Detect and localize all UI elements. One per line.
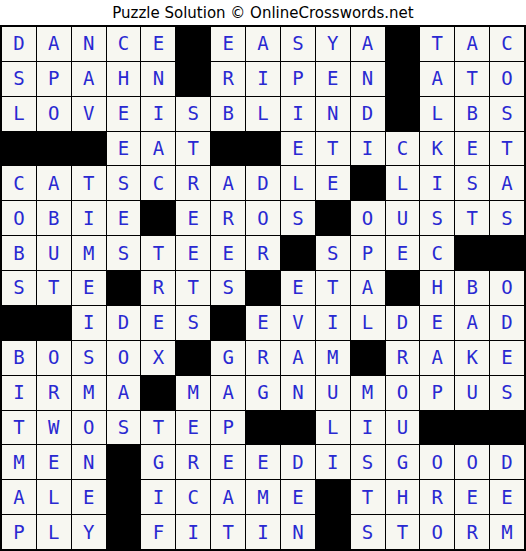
cell-r12c3: O [72,411,106,445]
black-cell-r12c15 [490,411,524,445]
black-cell-r7c14 [455,236,489,270]
cell-r6c11: O [351,201,385,235]
cell-r2c5: N [141,62,175,96]
black-cell-r10c11 [351,341,385,375]
cell-r10c14: K [455,341,489,375]
cell-r3c3: V [72,97,106,131]
black-cell-r4c2 [37,132,71,166]
cell-r10c4: O [107,341,141,375]
cell-r8c10: T [316,271,350,305]
cell-r1c1: D [2,27,36,61]
cell-r11c1: I [2,376,36,410]
cell-r12c7: P [211,411,245,445]
black-cell-r14c10 [316,480,350,514]
cell-r3c13: L [420,97,454,131]
black-cell-r13c4 [107,445,141,479]
cell-r15c9: N [281,515,315,549]
cell-r5c13: I [420,166,454,200]
page: Puzzle Solution © OnlineCrosswords.net D… [0,0,526,551]
cell-r7c13: C [420,236,454,270]
cell-r11c9: N [281,376,315,410]
cell-r13c2: E [37,445,71,479]
black-cell-r1c6 [176,27,210,61]
cell-r10c15: E [490,341,524,375]
cell-r13c12: G [386,445,420,479]
cell-r13c15: D [490,445,524,479]
page-title: Puzzle Solution © OnlineCrosswords.net [0,0,526,25]
cell-r4c12: C [386,132,420,166]
cell-r3c11: D [351,97,385,131]
cell-r8c14: B [455,271,489,305]
cell-r14c3: E [72,480,106,514]
cell-r4c13: K [420,132,454,166]
cell-r5c8: D [246,166,280,200]
cell-r3c1: L [2,97,36,131]
cell-r2c2: P [37,62,71,96]
crossword-grid: DANCEEASYATACSPAHNRIPENATOLOVEISBLINDLBS… [0,25,526,551]
cell-r10c2: O [37,341,71,375]
cell-r1c14: A [455,27,489,61]
cell-r8c13: H [420,271,454,305]
cell-r6c7: R [211,201,245,235]
cell-r14c7: A [211,480,245,514]
cell-r5c1: C [2,166,36,200]
cell-r4c10: T [316,132,350,166]
cell-r6c15: S [490,201,524,235]
cell-r9c9: V [281,306,315,340]
black-cell-r2c12 [386,62,420,96]
cell-r11c6: M [176,376,210,410]
cell-r9c8: E [246,306,280,340]
cell-r11c13: P [420,376,454,410]
cell-r2c14: T [455,62,489,96]
cell-r14c12: H [386,480,420,514]
cell-r3c2: O [37,97,71,131]
black-cell-r11c5 [141,376,175,410]
cell-r15c13: O [420,515,454,549]
cell-r7c3: M [72,236,106,270]
cell-r9c4: D [107,306,141,340]
cell-r8c15: O [490,271,524,305]
black-cell-r12c8 [246,411,280,445]
black-cell-r10c6 [176,341,210,375]
cell-r2c15: O [490,62,524,96]
cell-r13c6: R [176,445,210,479]
cell-r15c8: I [246,515,280,549]
cell-r2c13: A [420,62,454,96]
cell-r9c15: D [490,306,524,340]
cell-r3c8: L [246,97,280,131]
cell-r10c3: S [72,341,106,375]
cell-r2c7: R [211,62,245,96]
cell-r6c8: O [246,201,280,235]
cell-r15c11: S [351,515,385,549]
black-cell-r9c1 [2,306,36,340]
cell-r14c6: C [176,480,210,514]
cell-r8c9: E [281,271,315,305]
cell-r4c4: E [107,132,141,166]
cell-r11c8: G [246,376,280,410]
cell-r5c3: T [72,166,106,200]
cell-r15c12: T [386,515,420,549]
cell-r10c10: M [316,341,350,375]
cell-r4c9: E [281,132,315,166]
cell-r15c2: L [37,515,71,549]
cell-r9c11: L [351,306,385,340]
cell-r9c13: E [420,306,454,340]
cell-r1c15: C [490,27,524,61]
cell-r3c6: S [176,97,210,131]
cell-r11c4: A [107,376,141,410]
cell-r10c7: G [211,341,245,375]
cell-r2c8: I [246,62,280,96]
cell-r11c2: R [37,376,71,410]
cell-r3c4: E [107,97,141,131]
cell-r1c11: A [351,27,385,61]
cell-r13c14: O [455,445,489,479]
cell-r6c4: E [107,201,141,235]
cell-r15c14: R [455,515,489,549]
cell-r1c2: A [37,27,71,61]
cell-r14c15: E [490,480,524,514]
cell-r11c7: A [211,376,245,410]
cell-r10c1: B [2,341,36,375]
cell-r4c11: I [351,132,385,166]
black-cell-r15c10 [316,515,350,549]
cell-r11c15: S [490,376,524,410]
cell-r1c8: A [246,27,280,61]
cell-r13c11: S [351,445,385,479]
cell-r5c6: R [176,166,210,200]
cell-r14c14: E [455,480,489,514]
cell-r8c5: R [141,271,175,305]
cell-r14c13: R [420,480,454,514]
cell-r10c9: A [281,341,315,375]
cell-r7c8: R [246,236,280,270]
black-cell-r9c7 [211,306,245,340]
cell-r3c5: I [141,97,175,131]
cell-r5c9: L [281,166,315,200]
cell-r6c1: O [2,201,36,235]
cell-r11c10: U [316,376,350,410]
cell-r14c2: L [37,480,71,514]
black-cell-r6c10 [316,201,350,235]
cell-r15c1: P [2,515,36,549]
cell-r12c12: U [386,411,420,445]
cell-r1c10: Y [316,27,350,61]
cell-r7c11: P [351,236,385,270]
black-cell-r5c11 [351,166,385,200]
cell-r8c1: S [2,271,36,305]
black-cell-r9c2 [37,306,71,340]
cell-r5c7: A [211,166,245,200]
cell-r10c13: A [420,341,454,375]
cell-r13c8: E [246,445,280,479]
cell-r7c2: U [37,236,71,270]
cell-r14c8: M [246,480,280,514]
cell-r14c9: E [281,480,315,514]
black-cell-r1c12 [386,27,420,61]
cell-r13c13: O [420,445,454,479]
cell-r14c5: I [141,480,175,514]
cell-r12c5: T [141,411,175,445]
cell-r12c1: T [2,411,36,445]
cell-r3c15: S [490,97,524,131]
cell-r15c6: I [176,515,210,549]
cell-r3c9: I [281,97,315,131]
cell-r2c3: A [72,62,106,96]
black-cell-r12c13 [420,411,454,445]
cell-r9c3: I [72,306,106,340]
cell-r2c11: N [351,62,385,96]
cell-r2c10: E [316,62,350,96]
cell-r12c6: E [176,411,210,445]
cell-r6c2: B [37,201,71,235]
cell-r6c9: S [281,201,315,235]
cell-r1c4: C [107,27,141,61]
black-cell-r8c8 [246,271,280,305]
cell-r11c14: U [455,376,489,410]
cell-r7c4: S [107,236,141,270]
cell-r1c7: E [211,27,245,61]
cell-r9c10: I [316,306,350,340]
black-cell-r4c7 [211,132,245,166]
cell-r15c3: Y [72,515,106,549]
cell-r15c15: M [490,515,524,549]
cell-r7c6: E [176,236,210,270]
cell-r3c10: N [316,97,350,131]
cell-r7c10: S [316,236,350,270]
cell-r10c5: X [141,341,175,375]
cell-r4c5: A [141,132,175,166]
cell-r2c1: S [2,62,36,96]
black-cell-r4c1 [2,132,36,166]
cell-r5c10: E [316,166,350,200]
cell-r8c6: T [176,271,210,305]
black-cell-r6c5 [141,201,175,235]
black-cell-r8c12 [386,271,420,305]
cell-r6c6: E [176,201,210,235]
cell-r13c5: G [141,445,175,479]
cell-r11c11: M [351,376,385,410]
cell-r6c14: T [455,201,489,235]
cell-r5c4: S [107,166,141,200]
cell-r13c10: I [316,445,350,479]
black-cell-r2c6 [176,62,210,96]
cell-r13c9: D [281,445,315,479]
cell-r15c7: T [211,515,245,549]
cell-r2c9: P [281,62,315,96]
cell-r7c12: E [386,236,420,270]
cell-r10c8: R [246,341,280,375]
black-cell-r4c3 [72,132,106,166]
cell-r7c7: E [211,236,245,270]
cell-r11c3: M [72,376,106,410]
black-cell-r8c4 [107,271,141,305]
cell-r5c15: A [490,166,524,200]
cell-r9c14: A [455,306,489,340]
cell-r7c5: T [141,236,175,270]
cell-r1c3: N [72,27,106,61]
black-cell-r12c9 [281,411,315,445]
cell-r12c2: W [37,411,71,445]
cell-r6c12: U [386,201,420,235]
cell-r5c5: C [141,166,175,200]
cell-r5c12: L [386,166,420,200]
black-cell-r14c4 [107,480,141,514]
cell-r1c13: T [420,27,454,61]
cell-r13c3: N [72,445,106,479]
cell-r7c1: B [2,236,36,270]
cell-r8c3: E [72,271,106,305]
black-cell-r7c9 [281,236,315,270]
black-cell-r12c14 [455,411,489,445]
cell-r8c11: A [351,271,385,305]
cell-r12c11: I [351,411,385,445]
cell-r8c2: T [37,271,71,305]
cell-r11c12: O [386,376,420,410]
cell-r13c1: M [2,445,36,479]
cell-r9c5: E [141,306,175,340]
cell-r3c14: B [455,97,489,131]
black-cell-r15c4 [107,515,141,549]
cell-r4c6: T [176,132,210,166]
cell-r5c14: S [455,166,489,200]
black-cell-r3c12 [386,97,420,131]
cell-r10c12: R [386,341,420,375]
cell-r8c7: S [211,271,245,305]
cell-r1c9: S [281,27,315,61]
cell-r9c12: D [386,306,420,340]
black-cell-r7c15 [490,236,524,270]
cell-r4c15: T [490,132,524,166]
black-cell-r4c8 [246,132,280,166]
cell-r12c4: S [107,411,141,445]
cell-r14c11: T [351,480,385,514]
cell-r1c5: E [141,27,175,61]
cell-r13c7: E [211,445,245,479]
cell-r3c7: B [211,97,245,131]
cell-r9c6: S [176,306,210,340]
cell-r5c2: A [37,166,71,200]
cell-r12c10: L [316,411,350,445]
cell-r14c1: A [2,480,36,514]
cell-r6c3: I [72,201,106,235]
cell-r6c13: S [420,201,454,235]
cell-r15c5: F [141,515,175,549]
cell-r2c4: H [107,62,141,96]
cell-r4c14: E [455,132,489,166]
